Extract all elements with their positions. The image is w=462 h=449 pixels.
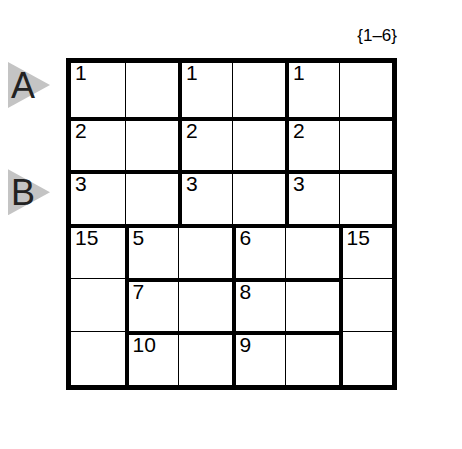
cage-clue: 1 [293, 61, 339, 85]
cell-r1c3[interactable]: 1 [178, 63, 232, 117]
cage-clue: 1 [186, 61, 232, 85]
cell-r2c4[interactable] [232, 117, 286, 171]
cell-r3c4[interactable] [232, 170, 286, 224]
cell-r5c5[interactable] [285, 278, 339, 332]
cell-r2c2[interactable] [125, 117, 179, 171]
cage-clue: 3 [186, 172, 232, 196]
cell-r6c1[interactable] [71, 331, 125, 385]
cell-r5c4[interactable]: 8 [232, 278, 286, 332]
cell-r4c1[interactable]: 15 [71, 224, 125, 278]
cage-clue: 15 [347, 226, 393, 250]
cage-clue: 2 [75, 119, 125, 143]
row-marker-letter: A [11, 68, 35, 104]
cell-r2c1[interactable]: 2 [71, 117, 125, 171]
cell-r1c5[interactable]: 1 [285, 63, 339, 117]
cell-r4c5[interactable] [285, 224, 339, 278]
cell-r5c3[interactable] [178, 278, 232, 332]
cell-r3c3[interactable]: 3 [178, 170, 232, 224]
cage-clue: 15 [75, 226, 125, 250]
cell-r5c1[interactable] [71, 278, 125, 332]
cage-clue: 2 [186, 119, 232, 143]
cell-r3c2[interactable] [125, 170, 179, 224]
puzzle-grid: 11122233315561578109 [66, 58, 397, 390]
row-marker-a: A [8, 62, 50, 108]
cell-r3c5[interactable]: 3 [285, 170, 339, 224]
row-marker-b: B [8, 169, 50, 215]
cage-clue: 1 [75, 61, 125, 85]
cage-clue: 6 [240, 226, 286, 250]
cell-r6c5[interactable] [285, 331, 339, 385]
cell-r3c6[interactable] [339, 170, 393, 224]
cell-r2c3[interactable]: 2 [178, 117, 232, 171]
cell-r4c6[interactable]: 15 [339, 224, 393, 278]
cell-r6c6[interactable] [339, 331, 393, 385]
cell-r6c2[interactable]: 10 [125, 331, 179, 385]
cell-r1c1[interactable]: 1 [71, 63, 125, 117]
cell-r3c1[interactable]: 3 [71, 170, 125, 224]
digit-range-label: {1–6} [66, 26, 397, 46]
cage-clue: 3 [75, 172, 125, 196]
cage-clue: 5 [133, 226, 179, 250]
cell-r4c2[interactable]: 5 [125, 224, 179, 278]
cell-r6c3[interactable] [178, 331, 232, 385]
cage-clue: 10 [133, 333, 179, 357]
cage-clue: 8 [240, 280, 286, 304]
cage-clue: 2 [293, 119, 339, 143]
cage-clue: 3 [293, 172, 339, 196]
cell-r5c6[interactable] [339, 278, 393, 332]
row-marker-letter: B [11, 175, 35, 211]
cell-r1c6[interactable] [339, 63, 393, 117]
cage-clue: 7 [133, 280, 179, 304]
cell-r2c5[interactable]: 2 [285, 117, 339, 171]
cell-r2c6[interactable] [339, 117, 393, 171]
cell-r5c2[interactable]: 7 [125, 278, 179, 332]
cage-clue: 9 [240, 333, 286, 357]
cell-r1c4[interactable] [232, 63, 286, 117]
cell-r4c4[interactable]: 6 [232, 224, 286, 278]
cell-r1c2[interactable] [125, 63, 179, 117]
cell-r4c3[interactable] [178, 224, 232, 278]
cell-r6c4[interactable]: 9 [232, 331, 286, 385]
